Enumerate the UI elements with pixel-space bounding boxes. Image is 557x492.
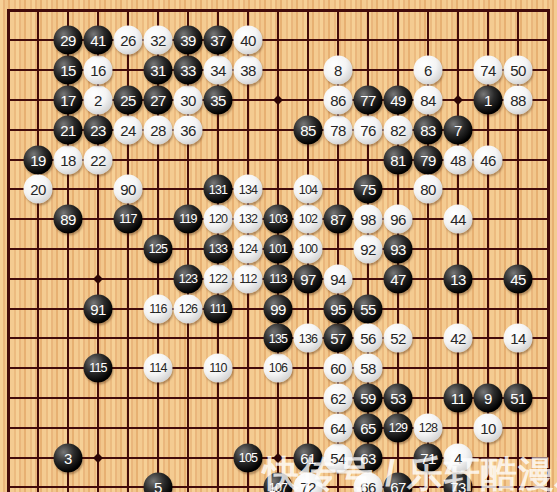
move-number: 120 xyxy=(209,213,227,226)
stone-white-46[interactable]: 46 xyxy=(474,145,503,174)
move-number: 29 xyxy=(60,33,76,48)
stone-white-58[interactable]: 58 xyxy=(354,354,383,383)
move-number: 76 xyxy=(360,122,376,137)
stone-white-104[interactable]: 104 xyxy=(294,175,323,204)
stone-black-31[interactable]: 31 xyxy=(144,56,173,85)
stone-black-87[interactable]: 87 xyxy=(324,205,353,234)
stone-white-92[interactable]: 92 xyxy=(354,234,383,263)
stone-white-94[interactable]: 94 xyxy=(324,264,353,293)
move-number: 115 xyxy=(89,362,107,375)
stone-white-50[interactable]: 50 xyxy=(504,56,533,85)
stone-white-42[interactable]: 42 xyxy=(444,324,473,353)
move-number: 60 xyxy=(330,361,346,376)
stone-white-102[interactable]: 102 xyxy=(294,205,323,234)
stone-white-20[interactable]: 20 xyxy=(24,175,53,204)
move-number: 37 xyxy=(210,33,226,48)
move-number: 50 xyxy=(510,63,526,78)
star-point xyxy=(93,453,103,463)
stone-white-6[interactable]: 6 xyxy=(414,56,443,85)
move-number: 47 xyxy=(390,271,406,286)
move-number: 101 xyxy=(269,243,287,256)
stone-black-15[interactable]: 15 xyxy=(54,56,83,85)
stone-white-122[interactable]: 122 xyxy=(204,264,233,293)
move-number: 112 xyxy=(239,272,257,285)
move-number: 87 xyxy=(330,212,346,227)
move-number: 3 xyxy=(64,450,72,465)
grid-line-v-15 xyxy=(457,9,459,492)
stone-white-16[interactable]: 16 xyxy=(84,56,113,85)
stone-black-39[interactable]: 39 xyxy=(174,26,203,55)
move-number: 95 xyxy=(330,301,346,316)
grid-line-v-1 xyxy=(37,9,39,492)
star-point xyxy=(453,95,463,105)
stone-white-88[interactable]: 88 xyxy=(504,85,533,114)
stone-black-29[interactable]: 29 xyxy=(54,26,83,55)
move-number: 48 xyxy=(450,152,466,167)
move-number: 18 xyxy=(60,152,76,167)
move-number: 44 xyxy=(450,212,466,227)
move-number: 53 xyxy=(390,390,406,405)
stone-black-107[interactable]: 107 xyxy=(264,473,293,492)
move-number: 38 xyxy=(240,63,256,78)
move-number: 98 xyxy=(360,212,376,227)
move-number: 102 xyxy=(299,213,317,226)
stone-white-110[interactable]: 110 xyxy=(204,354,233,383)
stone-black-53[interactable]: 53 xyxy=(384,383,413,412)
move-number: 100 xyxy=(299,243,317,256)
stone-white-44[interactable]: 44 xyxy=(444,205,473,234)
move-number: 54 xyxy=(330,450,346,465)
star-point xyxy=(93,274,103,284)
stone-white-126[interactable]: 126 xyxy=(174,294,203,323)
stone-black-55[interactable]: 55 xyxy=(354,294,383,323)
stone-white-84[interactable]: 84 xyxy=(414,85,443,114)
stone-black-117[interactable]: 117 xyxy=(114,205,143,234)
stone-black-9[interactable]: 9 xyxy=(474,383,503,412)
move-number: 23 xyxy=(90,122,106,137)
stone-white-80[interactable]: 80 xyxy=(414,175,443,204)
move-number: 97 xyxy=(300,271,316,286)
stone-white-124[interactable]: 124 xyxy=(234,234,263,263)
move-number: 10 xyxy=(480,420,496,435)
stone-black-123[interactable]: 123 xyxy=(174,264,203,293)
move-number: 64 xyxy=(330,420,346,435)
stone-black-25[interactable]: 25 xyxy=(114,85,143,114)
move-number: 82 xyxy=(390,122,406,137)
stone-black-131[interactable]: 131 xyxy=(204,175,233,204)
move-number: 24 xyxy=(120,122,136,137)
stone-black-47[interactable]: 47 xyxy=(384,264,413,293)
stone-black-57[interactable]: 57 xyxy=(324,324,353,353)
move-number: 111 xyxy=(210,302,227,315)
stone-white-96[interactable]: 96 xyxy=(384,205,413,234)
move-number: 116 xyxy=(149,302,167,315)
move-number: 63 xyxy=(360,450,376,465)
stone-black-115[interactable]: 115 xyxy=(84,354,113,383)
stone-white-34[interactable]: 34 xyxy=(204,56,233,85)
stone-white-48[interactable]: 48 xyxy=(444,145,473,174)
move-number: 8 xyxy=(334,63,342,78)
move-number: 17 xyxy=(60,92,76,107)
stone-white-76[interactable]: 76 xyxy=(354,115,383,144)
move-number: 14 xyxy=(510,331,526,346)
stone-white-10[interactable]: 10 xyxy=(474,413,503,442)
move-number: 16 xyxy=(90,63,106,78)
go-board[interactable]: 1234567891011131415161718192021222324252… xyxy=(0,0,557,492)
stone-black-65[interactable]: 65 xyxy=(354,413,383,442)
move-number: 99 xyxy=(270,301,286,316)
stone-black-11[interactable]: 11 xyxy=(444,383,473,412)
move-number: 31 xyxy=(150,63,166,78)
stone-black-23[interactable]: 23 xyxy=(84,115,113,144)
move-number: 103 xyxy=(269,213,287,226)
move-number: 26 xyxy=(120,33,136,48)
move-number: 77 xyxy=(360,92,376,107)
move-number: 56 xyxy=(360,331,376,346)
stone-black-17[interactable]: 17 xyxy=(54,85,83,114)
stone-white-40[interactable]: 40 xyxy=(234,26,263,55)
grid-line-v-0 xyxy=(7,9,10,492)
move-number: 119 xyxy=(179,213,197,226)
stone-white-22[interactable]: 22 xyxy=(84,145,113,174)
move-number: 113 xyxy=(269,272,287,285)
move-number: 74 xyxy=(480,63,496,78)
move-number: 55 xyxy=(360,301,376,316)
stone-white-64[interactable]: 64 xyxy=(324,413,353,442)
move-number: 84 xyxy=(420,92,436,107)
stone-black-71[interactable]: 71 xyxy=(414,443,443,472)
stone-white-66[interactable]: 66 xyxy=(354,473,383,492)
stone-white-56[interactable]: 56 xyxy=(354,324,383,353)
move-number: 46 xyxy=(480,152,496,167)
stone-black-81[interactable]: 81 xyxy=(384,145,413,174)
stone-black-1[interactable]: 1 xyxy=(474,85,503,114)
stone-black-51[interactable]: 51 xyxy=(504,383,533,412)
move-number: 80 xyxy=(420,182,436,197)
stone-black-3[interactable]: 3 xyxy=(54,443,83,472)
stone-black-129[interactable]: 129 xyxy=(384,413,413,442)
move-number: 131 xyxy=(209,183,227,196)
move-number: 125 xyxy=(149,243,167,256)
stone-black-5[interactable]: 5 xyxy=(144,473,173,492)
stone-white-136[interactable]: 136 xyxy=(294,324,323,353)
move-number: 21 xyxy=(60,122,76,137)
move-number: 39 xyxy=(180,33,196,48)
stone-white-36[interactable]: 36 xyxy=(174,115,203,144)
stone-black-61[interactable]: 61 xyxy=(294,443,323,472)
stone-black-95[interactable]: 95 xyxy=(324,294,353,323)
move-number: 33 xyxy=(180,63,196,78)
move-number: 51 xyxy=(510,390,526,405)
stone-white-30[interactable]: 30 xyxy=(174,85,203,114)
move-number: 62 xyxy=(330,390,346,405)
stone-white-82[interactable]: 82 xyxy=(384,115,413,144)
move-number: 94 xyxy=(330,271,346,286)
move-number: 135 xyxy=(269,332,287,345)
move-number: 65 xyxy=(360,420,376,435)
move-number: 85 xyxy=(300,122,316,137)
move-number: 79 xyxy=(420,152,436,167)
move-number: 114 xyxy=(149,362,167,375)
stone-black-79[interactable]: 79 xyxy=(414,145,443,174)
stone-white-8[interactable]: 8 xyxy=(324,56,353,85)
stone-black-19[interactable]: 19 xyxy=(24,145,53,174)
move-number: 72 xyxy=(300,480,316,492)
move-number: 4 xyxy=(454,450,462,465)
stone-white-78[interactable]: 78 xyxy=(324,115,353,144)
move-number: 5 xyxy=(154,480,162,492)
move-number: 6 xyxy=(424,63,432,78)
move-number: 66 xyxy=(360,480,376,492)
stone-black-49[interactable]: 49 xyxy=(384,85,413,114)
move-number: 71 xyxy=(420,450,436,465)
move-number: 136 xyxy=(299,332,317,345)
stone-black-37[interactable]: 37 xyxy=(204,26,233,55)
stone-black-73[interactable]: 73 xyxy=(444,473,473,492)
stone-white-18[interactable]: 18 xyxy=(54,145,83,174)
stone-black-89[interactable]: 89 xyxy=(54,205,83,234)
stone-white-106[interactable]: 106 xyxy=(264,354,293,383)
stone-white-54[interactable]: 54 xyxy=(324,443,353,472)
move-number: 7 xyxy=(454,122,462,137)
move-number: 117 xyxy=(119,213,137,226)
stone-white-52[interactable]: 52 xyxy=(384,324,413,353)
move-number: 91 xyxy=(90,301,106,316)
stone-black-35[interactable]: 35 xyxy=(204,85,233,114)
stone-black-83[interactable]: 83 xyxy=(414,115,443,144)
stone-white-132[interactable]: 132 xyxy=(234,205,263,234)
stone-black-13[interactable]: 13 xyxy=(444,264,473,293)
move-number: 105 xyxy=(239,451,257,464)
stone-white-4[interactable]: 4 xyxy=(444,443,473,472)
move-number: 13 xyxy=(450,271,466,286)
move-number: 126 xyxy=(179,302,197,315)
move-number: 73 xyxy=(450,480,466,492)
move-number: 89 xyxy=(60,212,76,227)
stone-black-113[interactable]: 113 xyxy=(264,264,293,293)
stone-white-72[interactable]: 72 xyxy=(294,473,323,492)
move-number: 49 xyxy=(390,92,406,107)
stone-black-59[interactable]: 59 xyxy=(354,383,383,412)
move-number: 30 xyxy=(180,92,196,107)
move-number: 75 xyxy=(360,182,376,197)
move-number: 19 xyxy=(30,152,46,167)
stone-black-75[interactable]: 75 xyxy=(354,175,383,204)
stone-white-134[interactable]: 134 xyxy=(234,175,263,204)
stone-black-97[interactable]: 97 xyxy=(294,264,323,293)
stone-white-74[interactable]: 74 xyxy=(474,56,503,85)
move-number: 132 xyxy=(239,213,257,226)
move-number: 40 xyxy=(240,33,256,48)
move-number: 67 xyxy=(390,480,406,492)
grid-line-h-6 xyxy=(7,188,550,190)
move-number: 1 xyxy=(484,92,492,107)
stone-black-21[interactable]: 21 xyxy=(54,115,83,144)
stone-black-41[interactable]: 41 xyxy=(84,26,113,55)
stone-white-28[interactable]: 28 xyxy=(144,115,173,144)
move-number: 129 xyxy=(389,421,407,434)
move-number: 107 xyxy=(269,481,287,492)
move-number: 22 xyxy=(90,152,106,167)
stone-white-100[interactable]: 100 xyxy=(294,234,323,263)
move-number: 25 xyxy=(120,92,136,107)
move-number: 90 xyxy=(120,182,136,197)
move-number: 28 xyxy=(150,122,166,137)
stone-white-98[interactable]: 98 xyxy=(354,205,383,234)
move-number: 104 xyxy=(299,183,317,196)
move-number: 128 xyxy=(419,421,437,434)
move-number: 88 xyxy=(510,92,526,107)
move-number: 93 xyxy=(390,241,406,256)
star-point xyxy=(273,453,283,463)
move-number: 52 xyxy=(390,331,406,346)
stone-black-119[interactable]: 119 xyxy=(174,205,203,234)
stone-white-38[interactable]: 38 xyxy=(234,56,263,85)
star-point xyxy=(273,95,283,105)
grid-line-h-0 xyxy=(7,9,550,12)
stone-black-91[interactable]: 91 xyxy=(84,294,113,323)
move-number: 122 xyxy=(209,272,227,285)
stone-black-85[interactable]: 85 xyxy=(294,115,323,144)
stone-white-90[interactable]: 90 xyxy=(114,175,143,204)
stone-white-32[interactable]: 32 xyxy=(144,26,173,55)
move-number: 81 xyxy=(390,152,406,167)
stone-black-45[interactable]: 45 xyxy=(504,264,533,293)
stone-black-63[interactable]: 63 xyxy=(354,443,383,472)
move-number: 58 xyxy=(360,361,376,376)
stone-black-101[interactable]: 101 xyxy=(264,234,293,263)
stone-black-125[interactable]: 125 xyxy=(144,234,173,263)
stone-black-133[interactable]: 133 xyxy=(204,234,233,263)
move-number: 41 xyxy=(90,33,106,48)
stone-black-135[interactable]: 135 xyxy=(264,324,293,353)
move-number: 83 xyxy=(420,122,436,137)
stone-black-67[interactable]: 67 xyxy=(384,473,413,492)
stone-black-7[interactable]: 7 xyxy=(444,115,473,144)
move-number: 96 xyxy=(390,212,406,227)
stone-black-111[interactable]: 111 xyxy=(204,294,233,323)
stone-white-24[interactable]: 24 xyxy=(114,115,143,144)
stone-white-116[interactable]: 116 xyxy=(144,294,173,323)
move-number: 133 xyxy=(209,243,227,256)
stone-white-112[interactable]: 112 xyxy=(234,264,263,293)
stone-white-26[interactable]: 26 xyxy=(114,26,143,55)
move-number: 59 xyxy=(360,390,376,405)
move-number: 123 xyxy=(179,272,197,285)
stone-black-27[interactable]: 27 xyxy=(144,85,173,114)
stone-white-114[interactable]: 114 xyxy=(144,354,173,383)
move-number: 15 xyxy=(60,63,76,78)
move-number: 61 xyxy=(300,450,316,465)
move-number: 9 xyxy=(484,390,492,405)
move-number: 32 xyxy=(150,33,166,48)
move-number: 20 xyxy=(30,182,46,197)
grid-line-v-4 xyxy=(127,9,129,492)
move-number: 86 xyxy=(330,92,346,107)
move-number: 78 xyxy=(330,122,346,137)
move-number: 92 xyxy=(360,241,376,256)
move-number: 11 xyxy=(451,390,466,405)
stone-white-2[interactable]: 2 xyxy=(84,85,113,114)
move-number: 36 xyxy=(180,122,196,137)
move-number: 35 xyxy=(210,92,226,107)
stone-white-60[interactable]: 60 xyxy=(324,354,353,383)
stone-white-62[interactable]: 62 xyxy=(324,383,353,412)
stone-black-33[interactable]: 33 xyxy=(174,56,203,85)
stone-black-103[interactable]: 103 xyxy=(264,205,293,234)
move-number: 110 xyxy=(209,362,227,375)
stone-black-105[interactable]: 105 xyxy=(234,443,263,472)
move-number: 124 xyxy=(239,243,257,256)
stone-white-128[interactable]: 128 xyxy=(414,413,443,442)
move-number: 42 xyxy=(450,331,466,346)
grid-line-v-18 xyxy=(547,9,550,492)
stone-white-120[interactable]: 120 xyxy=(204,205,233,234)
stone-black-99[interactable]: 99 xyxy=(264,294,293,323)
stone-white-14[interactable]: 14 xyxy=(504,324,533,353)
move-number: 27 xyxy=(150,92,166,107)
move-number: 57 xyxy=(330,331,346,346)
grid-line-h-14 xyxy=(7,427,550,429)
stone-black-93[interactable]: 93 xyxy=(384,234,413,263)
move-number: 34 xyxy=(210,63,226,78)
move-number: 2 xyxy=(94,92,102,107)
move-number: 106 xyxy=(269,362,287,375)
move-number: 45 xyxy=(510,271,526,286)
stone-white-86[interactable]: 86 xyxy=(324,85,353,114)
move-number: 134 xyxy=(239,183,257,196)
stone-black-77[interactable]: 77 xyxy=(354,85,383,114)
